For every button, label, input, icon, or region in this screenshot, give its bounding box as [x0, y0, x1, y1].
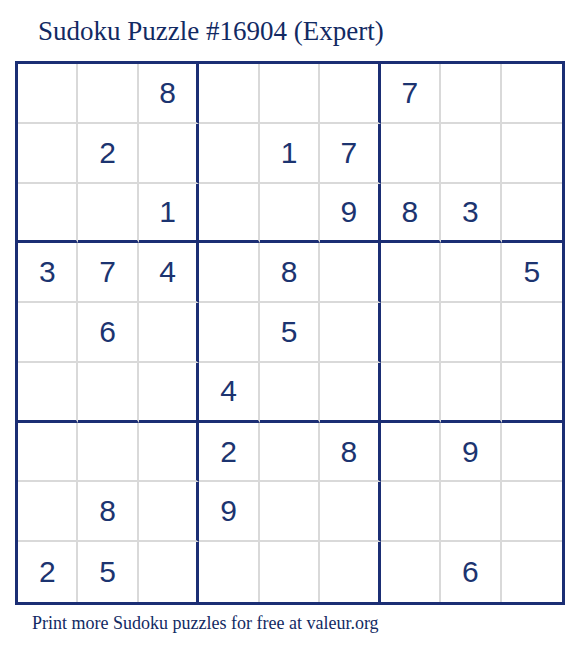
cell-r9c1: 2 — [18, 542, 78, 602]
cell-r2c7 — [381, 124, 441, 184]
cell-r1c3: 8 — [139, 64, 199, 124]
cell-r3c8: 3 — [441, 184, 501, 244]
cell-r5c2: 6 — [78, 303, 138, 363]
cell-r8c8 — [441, 482, 501, 542]
cell-r1c8 — [441, 64, 501, 124]
cell-r8c1 — [18, 482, 78, 542]
cell-r3c5 — [260, 184, 320, 244]
cell-r5c6 — [320, 303, 380, 363]
cell-r8c3 — [139, 482, 199, 542]
cell-r7c5 — [260, 423, 320, 483]
cell-r4c5: 8 — [260, 243, 320, 303]
cell-r8c4: 9 — [199, 482, 259, 542]
cell-r8c6 — [320, 482, 380, 542]
cell-r2c6: 7 — [320, 124, 380, 184]
page-title: Sudoku Puzzle #16904 (Expert) — [38, 16, 384, 47]
cell-r5c8 — [441, 303, 501, 363]
cell-r7c8: 9 — [441, 423, 501, 483]
cell-r8c9 — [502, 482, 562, 542]
footer-note: Print more Sudoku puzzles for free at va… — [32, 613, 379, 634]
cell-r1c9 — [502, 64, 562, 124]
cell-r3c1 — [18, 184, 78, 244]
cell-r8c7 — [381, 482, 441, 542]
cell-r9c7 — [381, 542, 441, 602]
cell-r4c7 — [381, 243, 441, 303]
cell-r5c3 — [139, 303, 199, 363]
cell-r5c1 — [18, 303, 78, 363]
cell-r9c6 — [320, 542, 380, 602]
cell-r4c9: 5 — [502, 243, 562, 303]
cell-r6c8 — [441, 363, 501, 423]
sudoku-board: 8721719833748565428989256 — [15, 61, 565, 605]
cell-r9c9 — [502, 542, 562, 602]
cell-r7c3 — [139, 423, 199, 483]
cell-r2c9 — [502, 124, 562, 184]
cell-r4c4 — [199, 243, 259, 303]
cell-r5c5: 5 — [260, 303, 320, 363]
cell-r6c2 — [78, 363, 138, 423]
cell-r7c9 — [502, 423, 562, 483]
cell-r3c3: 1 — [139, 184, 199, 244]
cell-r1c5 — [260, 64, 320, 124]
cell-r5c7 — [381, 303, 441, 363]
cell-r4c1: 3 — [18, 243, 78, 303]
cell-r7c1 — [18, 423, 78, 483]
cell-r7c4: 2 — [199, 423, 259, 483]
cell-r9c4 — [199, 542, 259, 602]
cell-r8c2: 8 — [78, 482, 138, 542]
cell-r6c7 — [381, 363, 441, 423]
cell-r4c2: 7 — [78, 243, 138, 303]
cell-r3c7: 8 — [381, 184, 441, 244]
cell-r2c8 — [441, 124, 501, 184]
cell-r2c4 — [199, 124, 259, 184]
cell-r6c3 — [139, 363, 199, 423]
cell-r9c2: 5 — [78, 542, 138, 602]
cell-r1c2 — [78, 64, 138, 124]
cell-r2c5: 1 — [260, 124, 320, 184]
cell-r7c6: 8 — [320, 423, 380, 483]
cell-r4c3: 4 — [139, 243, 199, 303]
cell-r1c4 — [199, 64, 259, 124]
cell-r1c6 — [320, 64, 380, 124]
cell-r9c8: 6 — [441, 542, 501, 602]
cell-r4c8 — [441, 243, 501, 303]
cell-r2c1 — [18, 124, 78, 184]
cell-r3c4 — [199, 184, 259, 244]
cell-r3c9 — [502, 184, 562, 244]
cell-r7c2 — [78, 423, 138, 483]
cell-r9c3 — [139, 542, 199, 602]
cell-r6c6 — [320, 363, 380, 423]
cell-r7c7 — [381, 423, 441, 483]
cell-r8c5 — [260, 482, 320, 542]
cell-r9c5 — [260, 542, 320, 602]
cell-r5c9 — [502, 303, 562, 363]
cell-r6c5 — [260, 363, 320, 423]
cell-r2c3 — [139, 124, 199, 184]
cell-r3c6: 9 — [320, 184, 380, 244]
cell-r4c6 — [320, 243, 380, 303]
cell-r5c4 — [199, 303, 259, 363]
cell-r6c9 — [502, 363, 562, 423]
cell-r1c1 — [18, 64, 78, 124]
cell-r3c2 — [78, 184, 138, 244]
cell-r1c7: 7 — [381, 64, 441, 124]
cell-r6c4: 4 — [199, 363, 259, 423]
cell-r2c2: 2 — [78, 124, 138, 184]
cell-r6c1 — [18, 363, 78, 423]
